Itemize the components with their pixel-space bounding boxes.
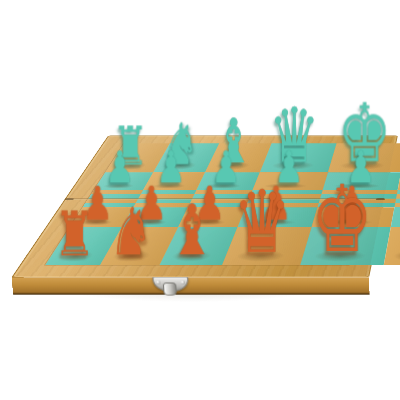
chess-board: ♜♞♝♛♚♝♞♜♟♟♟♟♟♟♟♟♟♟♟♟♟♟♟♟♜♞♝♛♚♝♞♜ [12, 136, 398, 278]
piece-orange-queen: ♛ [233, 183, 291, 263]
clasp-screw-right [180, 280, 185, 284]
clasp-latch [147, 276, 195, 293]
square-b1: ♞ [100, 227, 178, 265]
piece-orange-rook: ♜ [54, 206, 95, 262]
square-d1: ♛ [223, 227, 312, 265]
piece-orange-knight: ♞ [109, 202, 153, 262]
board-surface: ♜♞♝♛♚♝♞♜♟♟♟♟♟♟♟♟♟♟♟♟♟♟♟♟♜♞♝♛♚♝♞♜ [12, 136, 398, 278]
square-e1: ♚ [300, 227, 390, 265]
board-grid: ♜♞♝♛♚♝♞♜♟♟♟♟♟♟♟♟♟♟♟♟♟♟♟♟♜♞♝♛♚♝♞♜ [45, 143, 377, 265]
piece-orange-bishop: ♝ [392, 198, 400, 262]
clasp-knob [162, 282, 176, 295]
piece-orange-bishop: ♝ [169, 198, 216, 262]
product-photo-scene: ♜♞♝♛♚♝♞♜♟♟♟♟♟♟♟♟♟♟♟♟♟♟♟♟♜♞♝♛♚♝♞♜ [0, 0, 400, 400]
clasp-screw-left [155, 280, 160, 284]
fold-hinge-notch-right [376, 198, 385, 200]
piece-orange-king: ♚ [311, 178, 373, 263]
square-c1: ♝ [160, 227, 238, 265]
board-front-edge [12, 277, 370, 294]
